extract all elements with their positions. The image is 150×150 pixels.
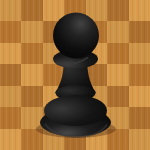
pawn-base-dome [44,95,107,126]
pawn-head [53,13,99,59]
black-pawn-piece[interactable] [0,0,150,150]
chess-scene [0,0,150,150]
